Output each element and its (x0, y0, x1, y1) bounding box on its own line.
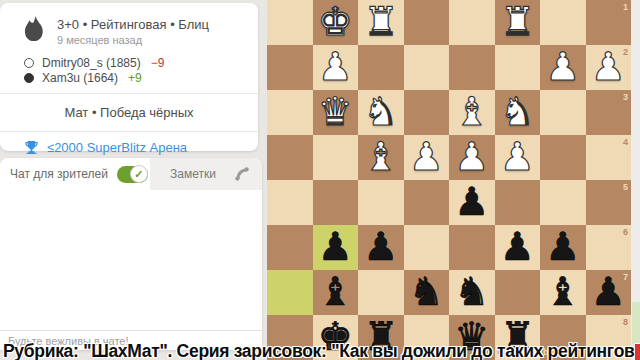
white-pawn: ♟ (318, 44, 353, 89)
square-g5[interactable] (313, 180, 359, 225)
square-a2[interactable]: ♟2 (586, 45, 632, 90)
rank-label-6: 6 (623, 228, 628, 237)
rank-label-2: 2 (623, 48, 628, 57)
square-f6[interactable]: ♟ (358, 225, 404, 270)
tab-notes[interactable]: Заметки (150, 158, 262, 190)
square-h2[interactable] (267, 45, 313, 90)
square-h1[interactable] (267, 0, 313, 45)
square-h6[interactable] (267, 225, 313, 270)
square-f3[interactable]: ♞ (358, 90, 404, 135)
video-caption-overlay: Рубрика: "ШахМат". Серия зарисовок: "Как… (3, 341, 640, 360)
square-a6[interactable]: 6 (586, 225, 632, 270)
black-pawn: ♟ (545, 224, 580, 269)
black-knight: ♞ (409, 269, 444, 314)
white-bishop: ♝ (454, 89, 489, 134)
black-pawn: ♟ (591, 269, 626, 314)
divider (0, 131, 258, 132)
rank-label-5: 5 (623, 183, 628, 192)
square-a5[interactable]: 5 (586, 180, 632, 225)
square-a1[interactable]: 1 (586, 0, 632, 45)
white-pawn: ♟ (409, 134, 444, 179)
square-c1[interactable]: ♜ (495, 0, 541, 45)
white-king: ♚ (318, 0, 353, 44)
square-c7[interactable] (495, 270, 541, 315)
phone-icon[interactable] (234, 166, 250, 182)
game-info-card: 3+0 • Рейтинговая • Блиц 9 месяцев назад… (0, 3, 258, 151)
white-knight: ♞ (500, 89, 535, 134)
square-c6[interactable]: ♟ (495, 225, 541, 270)
tab-spectator-chat[interactable]: Чат для зрителей ✓ (0, 158, 150, 190)
black-player-link[interactable]: Xam3u (1664) +9 (24, 70, 258, 85)
square-h3[interactable] (267, 90, 313, 135)
square-e6[interactable] (404, 225, 450, 270)
square-c2[interactable] (495, 45, 541, 90)
white-knight: ♞ (363, 89, 398, 134)
square-e5[interactable] (404, 180, 450, 225)
game-type-label: 3+0 • Рейтинговая • Блиц (57, 16, 209, 33)
black-pawn: ♟ (363, 224, 398, 269)
square-b3[interactable] (540, 90, 586, 135)
square-c5[interactable] (495, 180, 541, 225)
square-g7[interactable]: ♝ (313, 270, 359, 315)
white-player-name: Dmitry08_s (1885) (42, 56, 141, 70)
sidebar: 3+0 • Рейтинговая • Блиц 9 месяцев назад… (0, 0, 262, 360)
square-d3[interactable]: ♝ (449, 90, 495, 135)
square-b1[interactable] (540, 0, 586, 45)
rank-label-8: 8 (623, 318, 628, 327)
white-player-disc-icon (24, 58, 34, 68)
chat-toggle[interactable]: ✓ (117, 166, 148, 183)
white-bishop: ♝ (363, 134, 398, 179)
red-edge-marker (635, 344, 640, 360)
black-rating-delta: +9 (128, 71, 142, 85)
tournament-link[interactable]: ≤2000 SuperBlitz Арена (0, 140, 258, 155)
notes-tab-label: Заметки (170, 167, 216, 181)
white-rating-delta: −9 (151, 56, 165, 70)
black-player-disc-icon (24, 73, 34, 83)
chat-card: Чат для зрителей ✓ Заметки (0, 158, 262, 350)
black-bishop: ♝ (318, 269, 353, 314)
white-queen: ♛ (318, 89, 353, 134)
chat-message-list (0, 190, 262, 330)
trophy-icon (24, 140, 39, 155)
white-pawn: ♟ (591, 44, 626, 89)
rank-label-3: 3 (623, 93, 628, 102)
square-f7[interactable] (358, 270, 404, 315)
chat-tabs: Чат для зрителей ✓ Заметки (0, 158, 262, 190)
rank-label-7: 7 (623, 273, 628, 282)
square-g2[interactable]: ♟ (313, 45, 359, 90)
white-player-link[interactable]: Dmitry08_s (1885) −9 (24, 55, 258, 70)
green-edge-marker (632, 302, 640, 344)
tournament-name: ≤2000 SuperBlitz Арена (47, 140, 187, 155)
check-icon: ✓ (130, 165, 148, 183)
players-block: Dmitry08_s (1885) −9 Xam3u (1664) +9 (24, 55, 258, 85)
black-player-name: Xam3u (1664) (42, 71, 118, 85)
square-d1[interactable] (449, 0, 495, 45)
blitz-fire-icon (24, 16, 47, 44)
white-pawn: ♟ (500, 134, 535, 179)
square-f2[interactable] (358, 45, 404, 90)
square-d4[interactable]: ♟ (449, 135, 495, 180)
black-knight: ♞ (454, 269, 489, 314)
black-pawn: ♟ (318, 224, 353, 269)
square-a7[interactable]: ♟7 (586, 270, 632, 315)
chat-tab-label: Чат для зрителей (10, 167, 108, 181)
square-b5[interactable] (540, 180, 586, 225)
square-e1[interactable] (404, 0, 450, 45)
square-b4[interactable] (540, 135, 586, 180)
square-g1[interactable]: ♚ (313, 0, 359, 45)
white-rook: ♜ (500, 0, 535, 44)
square-h4[interactable] (267, 135, 313, 180)
square-b7[interactable]: ♝ (540, 270, 586, 315)
square-e7[interactable]: ♞ (404, 270, 450, 315)
square-b6[interactable]: ♟ (540, 225, 586, 270)
square-e4[interactable]: ♟ (404, 135, 450, 180)
square-a3[interactable]: 3 (586, 90, 632, 135)
square-d7[interactable]: ♞ (449, 270, 495, 315)
black-bishop: ♝ (545, 269, 580, 314)
square-e3[interactable] (404, 90, 450, 135)
square-f5[interactable] (358, 180, 404, 225)
square-g6[interactable]: ♟ (313, 225, 359, 270)
square-g4[interactable] (313, 135, 359, 180)
square-e2[interactable] (404, 45, 450, 90)
white-rook: ♜ (363, 0, 398, 44)
rank-label-4: 4 (623, 138, 628, 147)
rank-label-1: 1 (623, 3, 628, 12)
white-pawn: ♟ (545, 44, 580, 89)
square-c3[interactable]: ♞ (495, 90, 541, 135)
divider (0, 93, 258, 94)
square-h5[interactable] (267, 180, 313, 225)
game-result-label: Мат • Победа чёрных (0, 102, 258, 123)
white-pawn: ♟ (454, 134, 489, 179)
square-b2[interactable]: ♟ (540, 45, 586, 90)
game-date-label: 9 месяцев назад (57, 33, 209, 47)
square-f4[interactable]: ♝ (358, 135, 404, 180)
square-d5[interactable]: ♟ (449, 180, 495, 225)
square-d6[interactable] (449, 225, 495, 270)
square-f1[interactable]: ♜ (358, 0, 404, 45)
black-pawn: ♟ (500, 224, 535, 269)
square-d2[interactable] (449, 45, 495, 90)
chess-board: ♚♜♜1♟♟♟2♛♞♝♞3♝♟♟♟4♟5♟♟♟♟6♝♞♞♝♟7h♚g♜fe♛d♜… (267, 0, 631, 360)
square-a4[interactable]: 4 (586, 135, 632, 180)
black-pawn: ♟ (454, 179, 489, 224)
square-g3[interactable]: ♛ (313, 90, 359, 135)
square-c4[interactable]: ♟ (495, 135, 541, 180)
square-h7[interactable] (267, 270, 313, 315)
lichess-game-page: 3+0 • Рейтинговая • Блиц 9 месяцев назад… (0, 0, 640, 360)
